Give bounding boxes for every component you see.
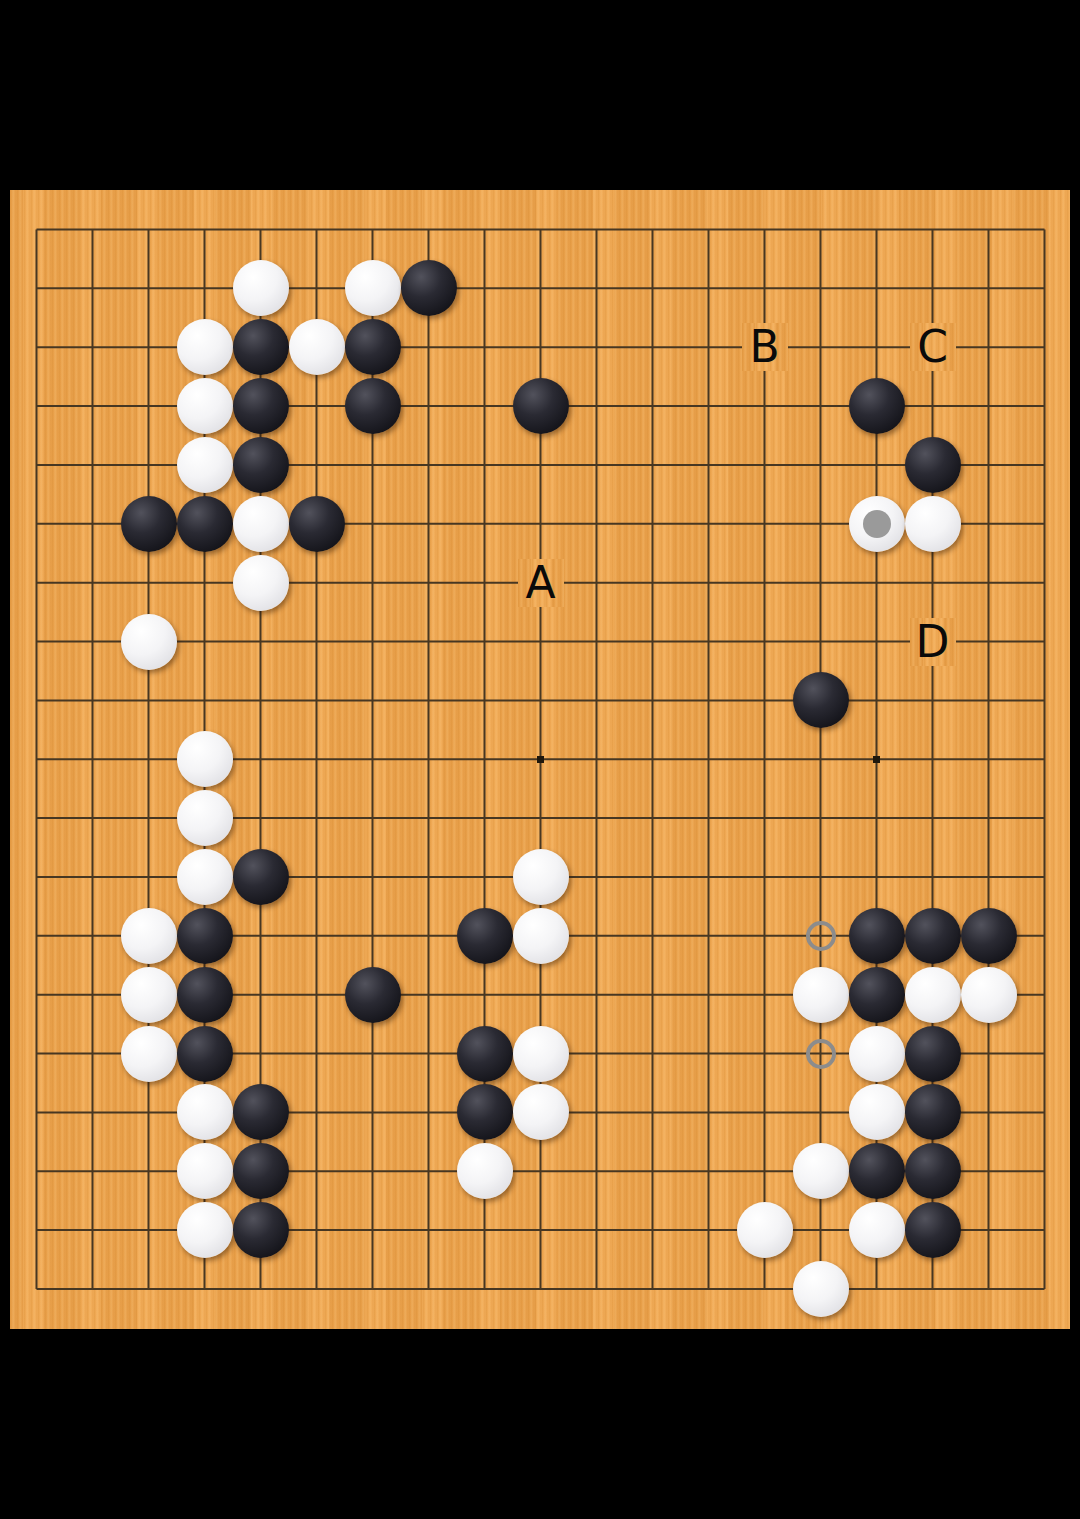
star-point: [873, 756, 880, 763]
white-stone-c16r18: [849, 1202, 905, 1258]
white-stone-c4r16: [177, 1084, 233, 1140]
black-stone-c17r15: [905, 1026, 961, 1082]
black-stone-c4r14: [177, 967, 233, 1023]
white-stone-c10r13: [513, 908, 569, 964]
white-stone-c4r4: [177, 378, 233, 434]
black-stone-c3r6: [121, 496, 177, 552]
white-stone-c7r2: [345, 260, 401, 316]
white-stone-c5r2: [233, 260, 289, 316]
point-label-A[interactable]: A: [518, 559, 564, 607]
white-stone-c10r16: [513, 1084, 569, 1140]
black-stone-c4r15: [177, 1026, 233, 1082]
black-stone-c10r4: [513, 378, 569, 434]
white-stone-c4r18: [177, 1202, 233, 1258]
go-board[interactable]: ABCD: [10, 190, 1070, 1329]
white-stone-c15r17: [793, 1143, 849, 1199]
black-stone-c5r16: [233, 1084, 289, 1140]
white-stone-c10r12: [513, 849, 569, 905]
black-stone-c5r18: [233, 1202, 289, 1258]
white-stone-c4r10: [177, 731, 233, 787]
white-stone-c17r6: [905, 496, 961, 552]
black-stone-c15r9: [793, 672, 849, 728]
black-stone-c4r13: [177, 908, 233, 964]
circle-marker-c15r13: [806, 921, 836, 951]
white-stone-c15r19: [793, 1261, 849, 1317]
white-stone-c6r3: [289, 319, 345, 375]
white-stone-c4r5: [177, 437, 233, 493]
white-stone-c16r6: [849, 496, 905, 552]
black-stone-c7r14: [345, 967, 401, 1023]
star-point: [537, 756, 544, 763]
black-stone-c18r13: [961, 908, 1017, 964]
white-stone-c5r6: [233, 496, 289, 552]
black-stone-c5r17: [233, 1143, 289, 1199]
black-stone-c5r4: [233, 378, 289, 434]
white-stone-c18r14: [961, 967, 1017, 1023]
black-stone-c9r15: [457, 1026, 513, 1082]
black-stone-c5r5: [233, 437, 289, 493]
white-stone-c15r14: [793, 967, 849, 1023]
black-stone-c7r3: [345, 319, 401, 375]
black-stone-c7r4: [345, 378, 401, 434]
point-label-C[interactable]: C: [910, 323, 956, 371]
black-stone-c5r12: [233, 849, 289, 905]
white-stone-c3r14: [121, 967, 177, 1023]
black-stone-c17r17: [905, 1143, 961, 1199]
screenshot-frame: ABCD: [0, 0, 1080, 1519]
black-stone-c16r17: [849, 1143, 905, 1199]
white-stone-c3r8: [121, 614, 177, 670]
white-stone-c3r15: [121, 1026, 177, 1082]
black-stone-c16r14: [849, 967, 905, 1023]
white-stone-c16r16: [849, 1084, 905, 1140]
white-stone-c4r3: [177, 319, 233, 375]
top-letterbox-bar: [0, 0, 1080, 190]
white-stone-c16r15: [849, 1026, 905, 1082]
white-stone-c4r17: [177, 1143, 233, 1199]
black-stone-c9r13: [457, 908, 513, 964]
black-stone-c5r3: [233, 319, 289, 375]
bottom-letterbox-bar: [0, 1329, 1080, 1519]
white-stone-c4r11: [177, 790, 233, 846]
circle-marker-c15r15: [806, 1039, 836, 1069]
black-stone-c17r13: [905, 908, 961, 964]
white-stone-c14r18: [737, 1202, 793, 1258]
black-stone-c4r6: [177, 496, 233, 552]
black-stone-c16r4: [849, 378, 905, 434]
point-label-D[interactable]: D: [910, 618, 956, 666]
white-stone-c3r13: [121, 908, 177, 964]
black-stone-c9r16: [457, 1084, 513, 1140]
black-stone-c17r5: [905, 437, 961, 493]
black-stone-c8r2: [401, 260, 457, 316]
white-stone-c5r7: [233, 555, 289, 611]
white-stone-c9r17: [457, 1143, 513, 1199]
last-move-marker-dot: [863, 510, 891, 538]
black-stone-c16r13: [849, 908, 905, 964]
point-label-B[interactable]: B: [742, 323, 788, 371]
white-stone-c17r14: [905, 967, 961, 1023]
black-stone-c6r6: [289, 496, 345, 552]
black-stone-c17r16: [905, 1084, 961, 1140]
black-stone-c17r18: [905, 1202, 961, 1258]
white-stone-c4r12: [177, 849, 233, 905]
white-stone-c10r15: [513, 1026, 569, 1082]
